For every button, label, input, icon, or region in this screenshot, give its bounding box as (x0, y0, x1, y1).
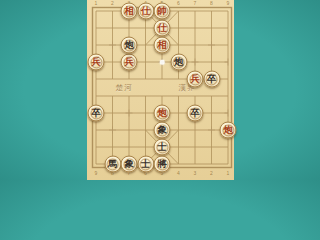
piece-red-相-f3r1[interactable]: 相 (121, 3, 138, 20)
file-label-top-2: 2 (111, 1, 114, 6)
move-marker (160, 60, 165, 65)
piece-black-象-f3r10[interactable]: 象 (121, 156, 138, 173)
piece-black-馬-f2r10[interactable]: 馬 (104, 156, 121, 173)
piece-red-仕-f4r1[interactable]: 仕 (137, 3, 154, 20)
piece-red-兵-f3r4[interactable]: 兵 (121, 54, 138, 71)
piece-red-相-f5r3[interactable]: 相 (154, 37, 171, 54)
piece-red-兵-f7r5[interactable]: 兵 (187, 71, 204, 88)
piece-black-炮-f3r3[interactable]: 炮 (121, 37, 138, 54)
file-label-top-7: 7 (194, 1, 197, 6)
piece-red-仕-f5r2[interactable]: 仕 (154, 20, 171, 37)
file-label-top-9: 9 (227, 1, 230, 6)
file-label-bottom-8: 2 (210, 171, 213, 176)
piece-black-炮-f6r4[interactable]: 炮 (170, 54, 187, 71)
file-label-bottom-1: 9 (95, 171, 98, 176)
piece-red-兵-f1r4[interactable]: 兵 (88, 54, 105, 71)
piece-black-卒-f7r7[interactable]: 卒 (187, 105, 204, 122)
piece-black-將-f5r10[interactable]: 將 (154, 156, 171, 173)
file-label-top-1: 1 (95, 1, 98, 6)
piece-red-炮-f5r7[interactable]: 炮 (154, 105, 171, 122)
piece-black-士-f4r10[interactable]: 士 (137, 156, 154, 173)
piece-red-炮-f9r8[interactable]: 炮 (220, 122, 237, 139)
piece-red-帥-f5r1[interactable]: 帥 (154, 3, 171, 20)
piece-black-卒-f8r5[interactable]: 卒 (203, 71, 220, 88)
piece-black-士-f5r9[interactable]: 士 (154, 139, 171, 156)
file-label-bottom-9: 1 (227, 171, 230, 176)
piece-black-卒-f1r7[interactable]: 卒 (88, 105, 105, 122)
river-label-left: 楚河 (116, 83, 133, 93)
file-label-bottom-7: 3 (194, 171, 197, 176)
file-label-top-8: 8 (210, 1, 213, 6)
file-label-bottom-6: 4 (177, 171, 180, 176)
app-background: { "game": "xiangqi", "position": { "fen"… (0, 0, 320, 180)
file-label-top-6: 6 (177, 1, 180, 6)
xiangqi-board: 楚河 漢界 123456789 987654321 相仕帥仕相兵兵兵炮炮炮炮卒卒… (87, 0, 234, 180)
piece-black-象-f5r8[interactable]: 象 (154, 122, 171, 139)
